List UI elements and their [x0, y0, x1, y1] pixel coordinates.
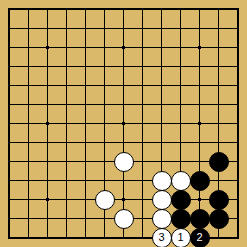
intersection-5-7[interactable]: [95, 133, 114, 152]
intersection-1-12[interactable]: [19, 228, 38, 247]
intersection-0-7[interactable]: [0, 133, 19, 152]
intersection-0-1[interactable]: [0, 19, 19, 38]
intersection-12-2[interactable]: [228, 38, 247, 57]
intersection-1-3[interactable]: [19, 57, 38, 76]
intersection-3-2[interactable]: [57, 38, 76, 57]
intersection-11-8[interactable]: [209, 152, 228, 171]
black-stone: [190, 209, 210, 229]
star-point: [122, 122, 125, 125]
white-stone: [152, 190, 172, 210]
intersection-7-11[interactable]: [133, 209, 152, 228]
intersection-2-10[interactable]: [38, 190, 57, 209]
intersection-7-5[interactable]: [133, 95, 152, 114]
intersection-2-5[interactable]: [38, 95, 57, 114]
intersection-10-8[interactable]: [190, 152, 209, 171]
intersection-7-12[interactable]: [133, 228, 152, 247]
intersection-5-9[interactable]: [95, 171, 114, 190]
intersection-1-6[interactable]: [19, 114, 38, 133]
star-point: [198, 122, 201, 125]
intersection-3-8[interactable]: [57, 152, 76, 171]
intersection-6-10[interactable]: [114, 190, 133, 209]
intersection-12-11[interactable]: [228, 209, 247, 228]
intersection-11-7[interactable]: [209, 133, 228, 152]
intersection-6-2[interactable]: [114, 38, 133, 57]
white-stone: [114, 209, 134, 229]
intersection-5-12[interactable]: [95, 228, 114, 247]
intersection-10-9[interactable]: [190, 171, 209, 190]
intersection-1-10[interactable]: [19, 190, 38, 209]
intersection-8-12[interactable]: 3: [152, 228, 171, 247]
white-stone-move-1: 1: [171, 228, 191, 247]
intersection-2-12[interactable]: [38, 228, 57, 247]
intersection-1-11[interactable]: [19, 209, 38, 228]
intersection-12-3[interactable]: [228, 57, 247, 76]
intersection-12-9[interactable]: [228, 171, 247, 190]
intersection-11-0[interactable]: [209, 0, 228, 19]
intersection-4-6[interactable]: [76, 114, 95, 133]
intersection-4-0[interactable]: [76, 0, 95, 19]
intersection-8-5[interactable]: [152, 95, 171, 114]
white-stone: [152, 209, 172, 229]
intersection-5-11[interactable]: [95, 209, 114, 228]
intersection-1-5[interactable]: [19, 95, 38, 114]
intersection-4-1[interactable]: [76, 19, 95, 38]
star-point: [46, 122, 49, 125]
intersection-10-12[interactable]: 2: [190, 228, 209, 247]
intersection-4-7[interactable]: [76, 133, 95, 152]
intersection-0-12[interactable]: [0, 228, 19, 247]
intersection-5-8[interactable]: [95, 152, 114, 171]
intersection-8-11[interactable]: [152, 209, 171, 228]
intersection-2-0[interactable]: [38, 0, 57, 19]
white-stone: [171, 171, 191, 191]
intersection-2-11[interactable]: [38, 209, 57, 228]
intersection-2-3[interactable]: [38, 57, 57, 76]
intersection-8-6[interactable]: [152, 114, 171, 133]
intersection-3-12[interactable]: [57, 228, 76, 247]
intersection-6-8[interactable]: [114, 152, 133, 171]
intersection-8-8[interactable]: [152, 152, 171, 171]
intersection-6-4[interactable]: [114, 76, 133, 95]
intersection-0-5[interactable]: [0, 95, 19, 114]
black-stone: [171, 190, 191, 210]
intersection-5-0[interactable]: [95, 0, 114, 19]
intersection-5-4[interactable]: [95, 76, 114, 95]
white-stone-move-3: 3: [152, 228, 172, 247]
intersection-10-0[interactable]: [190, 0, 209, 19]
intersection-9-1[interactable]: [171, 19, 190, 38]
intersection-9-8[interactable]: [171, 152, 190, 171]
intersection-3-4[interactable]: [57, 76, 76, 95]
intersection-4-12[interactable]: [76, 228, 95, 247]
intersection-3-5[interactable]: [57, 95, 76, 114]
black-stone: [190, 171, 210, 191]
intersection-6-7[interactable]: [114, 133, 133, 152]
intersection-8-10[interactable]: [152, 190, 171, 209]
black-stone: [209, 209, 229, 229]
intersection-9-7[interactable]: [171, 133, 190, 152]
white-stone: [152, 171, 172, 191]
intersection-7-8[interactable]: [133, 152, 152, 171]
intersection-2-6[interactable]: [38, 114, 57, 133]
intersection-1-0[interactable]: [19, 0, 38, 19]
intersection-4-5[interactable]: [76, 95, 95, 114]
intersection-0-0[interactable]: [0, 0, 19, 19]
white-stone: [95, 190, 115, 210]
intersection-10-4[interactable]: [190, 76, 209, 95]
intersection-6-3[interactable]: [114, 57, 133, 76]
star-point: [122, 46, 125, 49]
intersection-5-1[interactable]: [95, 19, 114, 38]
intersection-11-4[interactable]: [209, 76, 228, 95]
intersection-1-7[interactable]: [19, 133, 38, 152]
intersection-0-8[interactable]: [0, 152, 19, 171]
black-stone: [209, 152, 229, 172]
intersection-1-1[interactable]: [19, 19, 38, 38]
intersection-5-10[interactable]: [95, 190, 114, 209]
star-point: [46, 46, 49, 49]
intersection-12-8[interactable]: [228, 152, 247, 171]
intersection-3-9[interactable]: [57, 171, 76, 190]
intersection-0-11[interactable]: [0, 209, 19, 228]
intersection-8-3[interactable]: [152, 57, 171, 76]
intersection-9-10[interactable]: [171, 190, 190, 209]
intersection-12-6[interactable]: [228, 114, 247, 133]
intersection-3-7[interactable]: [57, 133, 76, 152]
intersection-2-8[interactable]: [38, 152, 57, 171]
intersection-2-2[interactable]: [38, 38, 57, 57]
intersection-4-9[interactable]: [76, 171, 95, 190]
intersection-7-7[interactable]: [133, 133, 152, 152]
intersection-11-3[interactable]: [209, 57, 228, 76]
intersection-12-1[interactable]: [228, 19, 247, 38]
intersection-0-6[interactable]: [0, 114, 19, 133]
intersection-9-6[interactable]: [171, 114, 190, 133]
intersection-12-5[interactable]: [228, 95, 247, 114]
intersection-8-7[interactable]: [152, 133, 171, 152]
intersection-7-0[interactable]: [133, 0, 152, 19]
intersection-7-6[interactable]: [133, 114, 152, 133]
intersection-2-1[interactable]: [38, 19, 57, 38]
intersection-0-2[interactable]: [0, 38, 19, 57]
intersection-9-2[interactable]: [171, 38, 190, 57]
star-point: [46, 198, 49, 201]
intersection-3-3[interactable]: [57, 57, 76, 76]
intersection-3-0[interactable]: [57, 0, 76, 19]
intersection-5-6[interactable]: [95, 114, 114, 133]
intersection-10-1[interactable]: [190, 19, 209, 38]
intersection-6-1[interactable]: [114, 19, 133, 38]
intersection-7-3[interactable]: [133, 57, 152, 76]
intersection-10-7[interactable]: [190, 133, 209, 152]
go-board-diagram: 312: [0, 0, 247, 247]
intersection-6-9[interactable]: [114, 171, 133, 190]
intersection-6-11[interactable]: [114, 209, 133, 228]
intersection-6-12[interactable]: [114, 228, 133, 247]
intersection-12-0[interactable]: [228, 0, 247, 19]
intersection-3-10[interactable]: [57, 190, 76, 209]
intersection-7-1[interactable]: [133, 19, 152, 38]
intersection-8-2[interactable]: [152, 38, 171, 57]
intersection-9-11[interactable]: [171, 209, 190, 228]
intersection-8-9[interactable]: [152, 171, 171, 190]
intersection-6-6[interactable]: [114, 114, 133, 133]
go-board[interactable]: 312: [0, 0, 247, 247]
intersection-4-3[interactable]: [76, 57, 95, 76]
intersection-5-3[interactable]: [95, 57, 114, 76]
intersection-11-1[interactable]: [209, 19, 228, 38]
intersection-11-12[interactable]: [209, 228, 228, 247]
intersection-7-9[interactable]: [133, 171, 152, 190]
black-stone: [209, 190, 229, 210]
intersection-4-4[interactable]: [76, 76, 95, 95]
intersection-5-5[interactable]: [95, 95, 114, 114]
intersection-9-5[interactable]: [171, 95, 190, 114]
intersection-9-3[interactable]: [171, 57, 190, 76]
intersection-1-8[interactable]: [19, 152, 38, 171]
intersection-10-5[interactable]: [190, 95, 209, 114]
intersection-4-8[interactable]: [76, 152, 95, 171]
intersection-3-6[interactable]: [57, 114, 76, 133]
intersection-10-2[interactable]: [190, 38, 209, 57]
intersection-9-12[interactable]: 1: [171, 228, 190, 247]
intersection-7-10[interactable]: [133, 190, 152, 209]
black-stone: [171, 209, 191, 229]
intersection-12-12[interactable]: [228, 228, 247, 247]
intersection-7-2[interactable]: [133, 38, 152, 57]
star-point: [198, 46, 201, 49]
intersection-4-10[interactable]: [76, 190, 95, 209]
star-point: [122, 198, 125, 201]
intersection-2-9[interactable]: [38, 171, 57, 190]
intersection-11-2[interactable]: [209, 38, 228, 57]
intersection-11-10[interactable]: [209, 190, 228, 209]
intersection-9-4[interactable]: [171, 76, 190, 95]
intersection-1-9[interactable]: [19, 171, 38, 190]
intersection-12-4[interactable]: [228, 76, 247, 95]
intersection-4-2[interactable]: [76, 38, 95, 57]
intersection-11-5[interactable]: [209, 95, 228, 114]
intersection-5-2[interactable]: [95, 38, 114, 57]
intersection-12-10[interactable]: [228, 190, 247, 209]
intersection-8-4[interactable]: [152, 76, 171, 95]
intersection-4-11[interactable]: [76, 209, 95, 228]
intersection-0-9[interactable]: [0, 171, 19, 190]
intersection-6-5[interactable]: [114, 95, 133, 114]
intersection-1-2[interactable]: [19, 38, 38, 57]
intersection-10-3[interactable]: [190, 57, 209, 76]
intersection-8-0[interactable]: [152, 0, 171, 19]
intersection-3-11[interactable]: [57, 209, 76, 228]
intersection-10-6[interactable]: [190, 114, 209, 133]
intersection-10-11[interactable]: [190, 209, 209, 228]
intersection-2-4[interactable]: [38, 76, 57, 95]
intersection-1-4[interactable]: [19, 76, 38, 95]
intersection-11-11[interactable]: [209, 209, 228, 228]
intersection-7-4[interactable]: [133, 76, 152, 95]
intersection-10-10[interactable]: [190, 190, 209, 209]
intersection-11-9[interactable]: [209, 171, 228, 190]
intersection-6-0[interactable]: [114, 0, 133, 19]
intersection-8-1[interactable]: [152, 19, 171, 38]
intersection-12-7[interactable]: [228, 133, 247, 152]
intersection-3-1[interactable]: [57, 19, 76, 38]
intersection-9-9[interactable]: [171, 171, 190, 190]
intersection-0-3[interactable]: [0, 57, 19, 76]
intersection-2-7[interactable]: [38, 133, 57, 152]
white-stone: [114, 152, 134, 172]
intersection-9-0[interactable]: [171, 0, 190, 19]
intersection-0-10[interactable]: [0, 190, 19, 209]
intersection-0-4[interactable]: [0, 76, 19, 95]
black-stone-move-2: 2: [190, 228, 210, 247]
star-point: [198, 198, 201, 201]
intersection-11-6[interactable]: [209, 114, 228, 133]
